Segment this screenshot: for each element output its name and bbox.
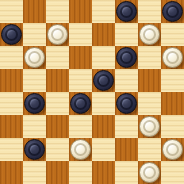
dark-square-7[interactable] [92, 23, 115, 46]
light-square-r1c7 [161, 23, 184, 46]
dark-square-31[interactable] [92, 161, 115, 184]
light-square-r7c7 [161, 161, 184, 184]
dark-square-26[interactable] [69, 138, 92, 161]
dark-square-2[interactable] [69, 0, 92, 23]
light-square-r2c2 [46, 46, 69, 69]
light-square-r5c5 [115, 115, 138, 138]
dark-square-8[interactable] [138, 23, 161, 46]
dark-square-9[interactable] [23, 46, 46, 69]
light-square-r2c4 [92, 46, 115, 69]
white-man-piece[interactable] [139, 116, 160, 137]
dark-square-25[interactable] [23, 138, 46, 161]
light-square-r3c7 [161, 69, 184, 92]
light-square-r5c7 [161, 115, 184, 138]
dark-square-17[interactable] [23, 92, 46, 115]
dark-square-23[interactable] [92, 115, 115, 138]
dark-square-11[interactable] [115, 46, 138, 69]
light-square-r4c2 [46, 92, 69, 115]
black-man-piece[interactable] [116, 93, 137, 114]
light-square-r0c6 [138, 0, 161, 23]
dark-square-22[interactable] [46, 115, 69, 138]
light-square-r1c5 [115, 23, 138, 46]
dark-square-3[interactable] [115, 0, 138, 23]
light-square-r7c3 [69, 161, 92, 184]
white-man-piece[interactable] [139, 24, 160, 45]
white-man-piece[interactable] [162, 139, 183, 160]
dark-square-28[interactable] [161, 138, 184, 161]
light-square-r5c1 [23, 115, 46, 138]
dark-square-6[interactable] [46, 23, 69, 46]
dark-square-19[interactable] [115, 92, 138, 115]
light-square-r4c0 [0, 92, 23, 115]
dark-square-27[interactable] [115, 138, 138, 161]
light-square-r4c6 [138, 92, 161, 115]
light-square-r6c2 [46, 138, 69, 161]
dark-square-15[interactable] [92, 69, 115, 92]
white-man-piece[interactable] [70, 139, 91, 160]
black-man-piece[interactable] [1, 24, 22, 45]
light-square-r2c0 [0, 46, 23, 69]
dark-square-5[interactable] [0, 23, 23, 46]
light-square-r2c6 [138, 46, 161, 69]
black-man-piece[interactable] [162, 1, 183, 22]
black-man-piece[interactable] [24, 93, 45, 114]
light-square-r7c5 [115, 161, 138, 184]
dark-square-21[interactable] [0, 115, 23, 138]
checkers-board [0, 0, 184, 184]
light-square-r4c4 [92, 92, 115, 115]
light-square-r6c0 [0, 138, 23, 161]
black-man-piece[interactable] [116, 47, 137, 68]
black-man-piece[interactable] [93, 70, 114, 91]
dark-square-32[interactable] [138, 161, 161, 184]
light-square-r3c5 [115, 69, 138, 92]
light-square-r5c3 [69, 115, 92, 138]
dark-square-1[interactable] [23, 0, 46, 23]
white-man-piece[interactable] [139, 162, 160, 183]
light-square-r7c1 [23, 161, 46, 184]
light-square-r0c0 [0, 0, 23, 23]
dark-square-16[interactable] [138, 69, 161, 92]
dark-square-30[interactable] [46, 161, 69, 184]
white-man-piece[interactable] [162, 47, 183, 68]
black-man-piece[interactable] [24, 139, 45, 160]
white-man-piece[interactable] [47, 24, 68, 45]
dark-square-24[interactable] [138, 115, 161, 138]
light-square-r6c6 [138, 138, 161, 161]
dark-square-14[interactable] [46, 69, 69, 92]
dark-square-18[interactable] [69, 92, 92, 115]
dark-square-13[interactable] [0, 69, 23, 92]
black-man-piece[interactable] [70, 93, 91, 114]
black-man-piece[interactable] [116, 1, 137, 22]
light-square-r6c4 [92, 138, 115, 161]
light-square-r0c2 [46, 0, 69, 23]
light-square-r1c1 [23, 23, 46, 46]
light-square-r3c1 [23, 69, 46, 92]
dark-square-29[interactable] [0, 161, 23, 184]
white-man-piece[interactable] [24, 47, 45, 68]
dark-square-20[interactable] [161, 92, 184, 115]
light-square-r3c3 [69, 69, 92, 92]
dark-square-4[interactable] [161, 0, 184, 23]
dark-square-12[interactable] [161, 46, 184, 69]
dark-square-10[interactable] [69, 46, 92, 69]
light-square-r0c4 [92, 0, 115, 23]
light-square-r1c3 [69, 23, 92, 46]
